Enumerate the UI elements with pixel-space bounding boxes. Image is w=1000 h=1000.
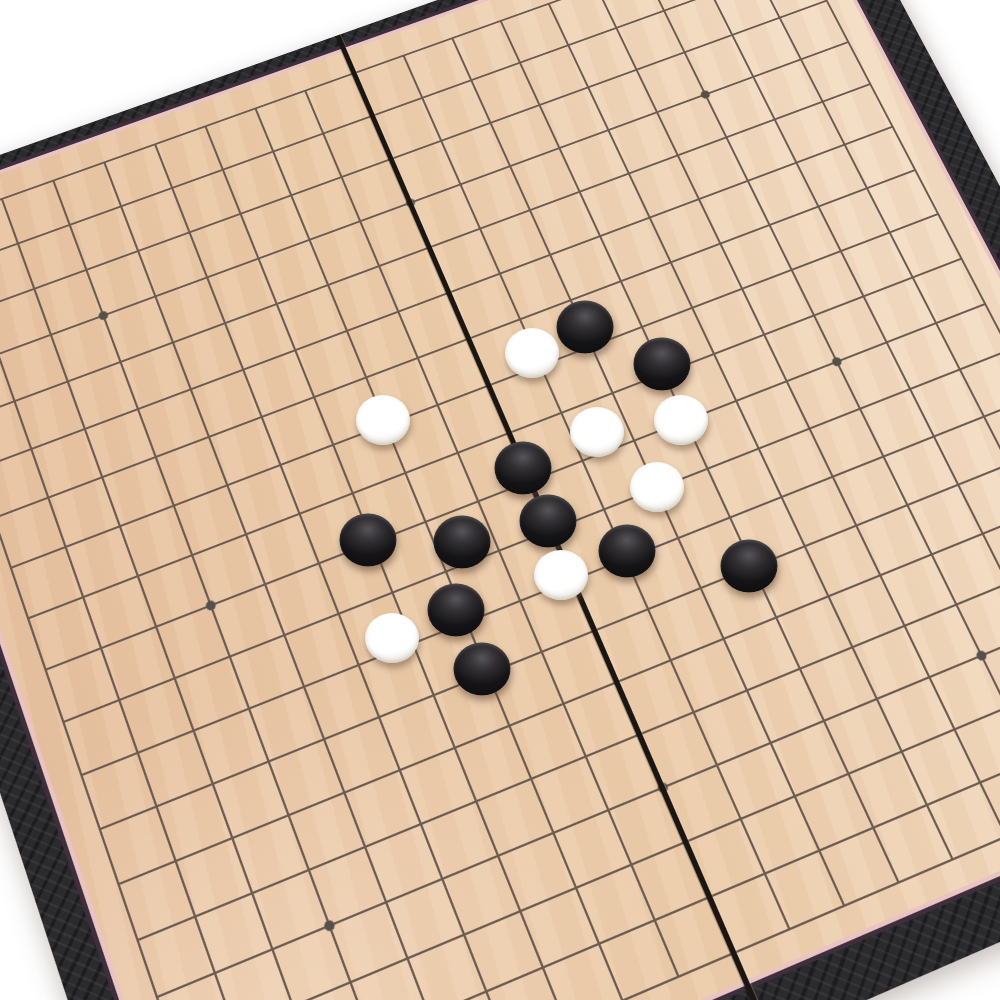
white-stone: [630, 462, 684, 512]
white-stone: [534, 550, 588, 600]
white-stone: [356, 395, 410, 445]
black-stone: [557, 301, 614, 354]
black-stone: [495, 442, 552, 495]
black-stone: [454, 643, 511, 696]
white-stone: [570, 407, 624, 457]
white-stone: [505, 328, 559, 378]
black-stone: [520, 495, 577, 548]
photo-canvas: [0, 0, 1000, 1000]
black-stone: [599, 525, 656, 578]
black-stone: [428, 584, 485, 637]
black-stone: [634, 338, 691, 391]
black-stone: [434, 516, 491, 569]
black-stone: [340, 514, 397, 567]
black-stone: [721, 540, 778, 593]
stones-layer: [0, 0, 1000, 1000]
white-stone: [654, 395, 708, 445]
white-stone: [365, 613, 419, 663]
